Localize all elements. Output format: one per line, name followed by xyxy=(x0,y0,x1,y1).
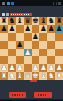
square-f7[interactable]: ♟ xyxy=(39,25,47,33)
bottom-edge-strip xyxy=(0,99,63,101)
square-g4[interactable] xyxy=(47,49,55,57)
white-pawn: ♟ xyxy=(48,64,55,72)
square-a8[interactable]: ♜ xyxy=(0,17,8,25)
signal-icon xyxy=(53,2,55,5)
white-pawn: ♟ xyxy=(32,64,39,72)
square-g8[interactable]: ♞ xyxy=(47,17,55,25)
square-e5[interactable] xyxy=(32,41,40,49)
white-pawn: ♟ xyxy=(16,64,23,72)
chess-app-screen: ♜♞♝♛♚♝♞♜♟♟♟♟♟♟♟♟♟♟♟♟♟♟♟♟♜♞♝♛♚♝♞♜ xyxy=(0,0,63,100)
square-g7[interactable]: ♟ xyxy=(47,25,55,33)
square-b3[interactable] xyxy=(8,56,16,64)
square-e3[interactable] xyxy=(32,56,40,64)
square-d2[interactable] xyxy=(24,64,32,72)
square-e1[interactable]: ♚ xyxy=(32,72,40,80)
battery-icon xyxy=(58,2,61,5)
square-f6[interactable] xyxy=(39,33,47,41)
notification-icon-blue-2 xyxy=(11,2,14,5)
square-c2[interactable]: ♟ xyxy=(16,64,24,72)
square-c5[interactable]: ♟ xyxy=(16,41,24,49)
square-h5[interactable] xyxy=(55,41,63,49)
white-queen: ♛ xyxy=(24,72,31,80)
square-b6[interactable] xyxy=(8,33,16,41)
square-h3[interactable] xyxy=(55,56,63,64)
square-e2[interactable]: ♟ xyxy=(32,64,40,72)
white-bishop: ♝ xyxy=(40,72,47,80)
square-b1[interactable]: ♞ xyxy=(8,72,16,80)
square-c8[interactable]: ♝ xyxy=(16,17,24,25)
square-a3[interactable] xyxy=(0,56,8,64)
square-f4[interactable] xyxy=(39,49,47,57)
square-g6[interactable] xyxy=(47,33,55,41)
white-knight: ♞ xyxy=(48,72,55,80)
square-g2[interactable]: ♟ xyxy=(47,64,55,72)
square-e8[interactable]: ♚ xyxy=(32,17,40,25)
white-pawn: ♟ xyxy=(1,64,8,72)
black-knight: ♞ xyxy=(48,17,55,25)
square-f5[interactable] xyxy=(39,41,47,49)
black-pawn: ♟ xyxy=(32,33,39,41)
notification-icon-gray xyxy=(2,2,5,5)
square-c1[interactable]: ♝ xyxy=(16,72,24,80)
square-a1[interactable]: ♜ xyxy=(0,72,8,80)
square-c6[interactable] xyxy=(16,33,24,41)
square-c7[interactable] xyxy=(16,25,24,33)
white-knight: ♞ xyxy=(8,72,15,80)
square-d4[interactable]: ♟ xyxy=(24,49,32,57)
square-b8[interactable]: ♞ xyxy=(8,17,16,25)
square-d7[interactable]: ♟ xyxy=(24,25,32,33)
square-g5[interactable] xyxy=(47,41,55,49)
square-f1[interactable]: ♝ xyxy=(39,72,47,80)
white-pawn: ♟ xyxy=(8,64,15,72)
black-pawn: ♟ xyxy=(56,25,63,33)
chess-board: ♜♞♝♛♚♝♞♜♟♟♟♟♟♟♟♟♟♟♟♟♟♟♟♟♜♞♝♛♚♝♞♜ xyxy=(0,17,63,80)
square-e4[interactable] xyxy=(32,49,40,57)
square-g3[interactable] xyxy=(47,56,55,64)
white-king: ♚ xyxy=(32,72,39,80)
square-f8[interactable]: ♝ xyxy=(39,17,47,25)
white-pawn: ♟ xyxy=(40,64,47,72)
black-bishop: ♝ xyxy=(16,17,23,25)
toolbar-icon-2[interactable] xyxy=(6,13,9,16)
engine-status-indicator xyxy=(30,80,37,82)
white-rook: ♜ xyxy=(56,72,63,80)
square-h8[interactable]: ♜ xyxy=(55,17,63,25)
white-rook: ♜ xyxy=(1,72,8,80)
black-pawn: ♟ xyxy=(48,25,55,33)
square-d3[interactable] xyxy=(24,56,32,64)
square-d6[interactable] xyxy=(24,33,32,41)
square-e6[interactable]: ♟ xyxy=(32,33,40,41)
square-b5[interactable] xyxy=(8,41,16,49)
square-h6[interactable] xyxy=(55,33,63,41)
black-bishop: ♝ xyxy=(40,17,47,25)
toolbar-icon-1[interactable] xyxy=(2,13,5,16)
wifi-icon xyxy=(56,2,58,5)
square-a5[interactable] xyxy=(0,41,8,49)
black-rook: ♜ xyxy=(1,17,8,25)
black-knight: ♞ xyxy=(8,17,15,25)
black-rook: ♜ xyxy=(56,17,63,25)
square-b2[interactable]: ♟ xyxy=(8,64,16,72)
square-c4[interactable] xyxy=(16,49,24,57)
left-action-button[interactable] xyxy=(9,92,26,98)
square-d1[interactable]: ♛ xyxy=(24,72,32,80)
black-pawn: ♟ xyxy=(40,25,47,33)
status-bar xyxy=(0,0,63,6)
right-action-button[interactable] xyxy=(34,92,52,98)
toolbar-message-badge xyxy=(10,13,32,17)
square-d8[interactable]: ♛ xyxy=(24,17,32,25)
square-a6[interactable] xyxy=(0,33,8,41)
black-pawn: ♟ xyxy=(24,25,31,33)
square-h1[interactable]: ♜ xyxy=(55,72,63,80)
square-f3[interactable] xyxy=(39,56,47,64)
square-h4[interactable] xyxy=(55,49,63,57)
black-king: ♚ xyxy=(32,17,39,25)
square-g1[interactable]: ♞ xyxy=(47,72,55,80)
black-pawn: ♟ xyxy=(16,41,23,49)
notification-icon-blue xyxy=(7,2,10,5)
black-queen: ♛ xyxy=(24,17,31,25)
square-a4[interactable] xyxy=(0,49,8,57)
black-pawn: ♟ xyxy=(8,25,15,33)
square-h2[interactable]: ♟ xyxy=(55,64,63,72)
black-pawn: ♟ xyxy=(1,25,8,33)
white-bishop: ♝ xyxy=(16,72,23,80)
square-b7[interactable]: ♟ xyxy=(8,25,16,33)
square-h7[interactable]: ♟ xyxy=(55,25,63,33)
square-a2[interactable]: ♟ xyxy=(0,64,8,72)
square-a7[interactable]: ♟ xyxy=(0,25,8,33)
square-c3[interactable] xyxy=(16,56,24,64)
white-pawn: ♟ xyxy=(56,64,63,72)
square-d5[interactable] xyxy=(24,41,32,49)
white-pawn: ♟ xyxy=(24,49,31,57)
square-b4[interactable] xyxy=(8,49,16,57)
square-e7[interactable] xyxy=(32,25,40,33)
square-f2[interactable]: ♟ xyxy=(39,64,47,72)
